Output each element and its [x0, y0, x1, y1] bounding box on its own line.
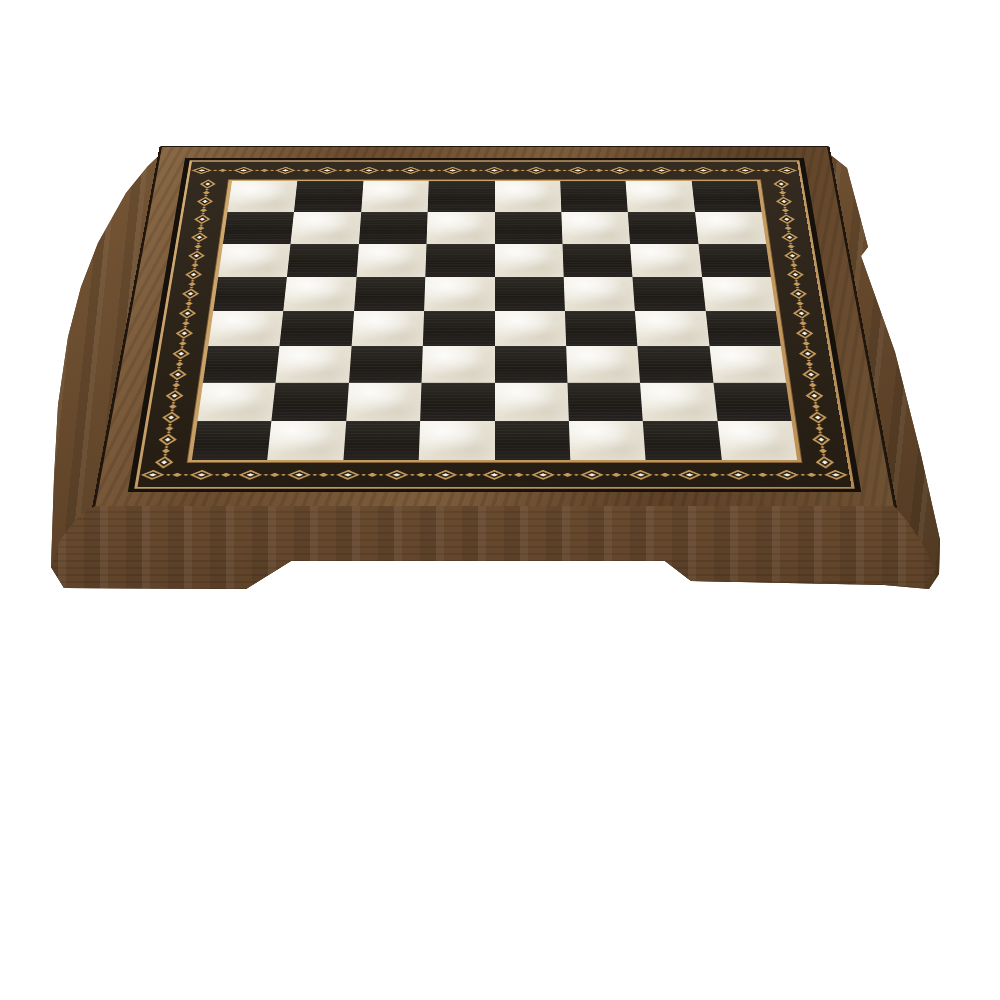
mosaic-diamond-eye — [778, 214, 796, 224]
mosaic-dot — [654, 474, 659, 476]
square-b1 — [268, 421, 346, 460]
mosaic-dot — [605, 474, 610, 476]
square-f8 — [560, 181, 628, 212]
mosaic-diamond-eye — [775, 197, 793, 207]
mosaic-diamond-small — [416, 473, 426, 477]
mosaic-dot — [671, 474, 676, 476]
mosaic-diamond-eye — [187, 251, 205, 261]
mosaic-dot — [427, 474, 432, 476]
mosaic-diamond-eye — [677, 470, 702, 480]
square-g1 — [643, 421, 721, 460]
square-f5 — [564, 277, 636, 311]
square-d1 — [419, 421, 495, 460]
mosaic-dot — [232, 474, 237, 476]
square-f2 — [567, 383, 643, 421]
square-b6 — [287, 244, 358, 277]
square-f4 — [565, 311, 638, 346]
mosaic-dot — [422, 170, 426, 172]
mosaic-diamond-eye — [482, 470, 506, 480]
mosaic-dot — [646, 170, 650, 172]
square-h8 — [691, 181, 761, 212]
mosaic-dot — [730, 170, 734, 172]
mosaic-diamond-eye — [199, 179, 217, 188]
square-a1 — [192, 421, 272, 460]
mosaic-diamond-eye — [484, 167, 504, 174]
mosaic-diamond-eye — [526, 167, 546, 174]
mosaic-diamond-eye — [801, 369, 821, 380]
mosaic-dot — [464, 170, 468, 172]
square-e8 — [495, 181, 562, 212]
mosaic-dot — [574, 474, 579, 476]
mosaic-dot — [297, 170, 301, 172]
square-g5 — [633, 277, 706, 311]
mosaic-dot — [556, 474, 561, 476]
mosaic-dot — [506, 170, 510, 172]
square-h5 — [702, 277, 776, 311]
mosaic-diamond-eye — [275, 167, 296, 174]
mosaic-diamond-small — [465, 473, 475, 477]
mosaic-dot — [769, 474, 774, 476]
mosaic-diamond-small — [709, 473, 719, 477]
mosaic-diamond-eye — [781, 232, 799, 242]
mosaic-dot — [270, 170, 274, 172]
mosaic-diamond-eye — [531, 470, 555, 480]
mosaic-diamond-small — [553, 169, 562, 172]
mosaic-dot — [228, 170, 232, 172]
mosaic-diamond-small — [660, 473, 670, 477]
mosaic-diamond-eye — [165, 390, 185, 402]
mosaic-diamond-eye — [580, 470, 604, 480]
mosaic-dot — [281, 474, 286, 476]
mosaic-diamond-small — [172, 473, 182, 477]
mosaic-diamond-eye — [385, 470, 409, 480]
square-h4 — [705, 311, 780, 346]
mosaic-diamond-eye — [434, 470, 458, 480]
square-d8 — [428, 181, 495, 212]
square-d6 — [425, 244, 494, 277]
mosaic-diamond-small — [678, 169, 687, 172]
mosaic-diamond-eye — [609, 167, 630, 174]
square-h2 — [713, 383, 791, 421]
square-d7 — [427, 212, 495, 244]
mosaic-dot — [562, 170, 566, 172]
mosaic-dot — [338, 170, 342, 172]
square-g3 — [638, 346, 714, 383]
mosaic-diamond-small — [636, 169, 645, 172]
square-c2 — [346, 383, 422, 421]
chess-board — [192, 181, 797, 460]
mosaic-diamond-eye — [158, 434, 178, 446]
mosaic-diamond-eye — [805, 390, 825, 402]
mosaic-dot — [166, 474, 171, 476]
mosaic-diamond-eye — [726, 470, 751, 480]
mosaic-diamond-eye — [651, 167, 672, 174]
mosaic-dot — [771, 170, 775, 172]
mosaic-diamond-eye — [735, 167, 756, 174]
square-g4 — [635, 311, 709, 346]
mosaic-diamond-eye — [442, 167, 462, 174]
mosaic-diamond-eye — [238, 470, 263, 480]
mosaic-diamond-eye — [175, 328, 194, 339]
mosaic-dot — [673, 170, 677, 172]
mosaic-dot — [589, 170, 593, 172]
square-h3 — [709, 346, 786, 383]
square-b2 — [272, 383, 349, 421]
mosaic-diamond-eye — [154, 456, 175, 468]
mosaic-diamond-small — [367, 473, 377, 477]
square-g6 — [630, 244, 701, 277]
mosaic-diamond-small — [270, 473, 280, 477]
mosaic-diamond-eye — [786, 269, 805, 279]
mosaic-diamond-small — [386, 169, 395, 172]
mosaic-dot — [521, 170, 525, 172]
square-h1 — [717, 421, 797, 460]
mosaic-diamond-small — [720, 169, 729, 172]
mosaic-diamond-small — [762, 169, 771, 172]
product-photo — [0, 0, 1000, 1000]
square-a4 — [208, 311, 283, 346]
mosaic-diamond-eye — [168, 369, 188, 380]
mosaic-dot — [720, 474, 725, 476]
square-a3 — [203, 346, 280, 383]
mosaic-diamond-small — [758, 473, 768, 477]
mosaic-dot — [818, 474, 823, 476]
mosaic-dot — [476, 474, 481, 476]
mosaic-diamond-small — [318, 473, 328, 477]
square-e5 — [495, 277, 565, 311]
mosaic-diamond-small — [595, 169, 604, 172]
mosaic-dot — [215, 474, 220, 476]
mosaic-dot — [604, 170, 608, 172]
square-b7 — [291, 212, 361, 244]
square-g2 — [640, 383, 717, 421]
mosaic-dot — [312, 170, 316, 172]
mosaic-diamond-small — [218, 169, 227, 172]
mosaic-strip-top — [189, 162, 800, 180]
mosaic-diamond-small — [427, 169, 436, 172]
square-f6 — [562, 244, 632, 277]
mosaic-dot — [410, 474, 415, 476]
mosaic-diamond-small — [302, 169, 311, 172]
mosaic-diamond-eye — [336, 470, 360, 480]
mosaic-dot — [379, 474, 384, 476]
square-a5 — [213, 277, 287, 311]
square-b5 — [284, 277, 357, 311]
mosaic-diamond-eye — [792, 308, 811, 319]
mosaic-diamond-small — [563, 473, 573, 477]
mosaic-dot — [631, 170, 635, 172]
mosaic-diamond-eye — [233, 167, 254, 174]
mosaic-diamond-small — [344, 169, 353, 172]
square-h7 — [695, 212, 766, 244]
mosaic-diamond-eye — [317, 167, 338, 174]
mosaic-diamond-eye — [798, 348, 817, 359]
mosaic-diamond-eye — [568, 167, 589, 174]
mosaic-diamond-eye — [181, 288, 200, 299]
mosaic-diamond-eye — [140, 470, 165, 480]
square-c5 — [354, 277, 426, 311]
mosaic-diamond-small — [221, 473, 231, 477]
mosaic-dot — [751, 474, 756, 476]
square-d3 — [422, 346, 495, 383]
mosaic-dot — [459, 474, 464, 476]
mosaic-dot — [800, 474, 805, 476]
mosaic-diamond-eye — [629, 470, 653, 480]
mosaic-dot — [353, 170, 357, 172]
mosaic-dot — [183, 474, 188, 476]
square-c4 — [351, 311, 424, 346]
mosaic-diamond-eye — [823, 470, 848, 480]
mosaic-diamond-small — [611, 473, 621, 477]
mosaic-diamond-small — [511, 169, 519, 172]
square-a2 — [198, 383, 276, 421]
square-e7 — [495, 212, 563, 244]
square-f7 — [561, 212, 630, 244]
mosaic-diamond-small — [469, 169, 477, 172]
mosaic-diamond-eye — [783, 251, 801, 261]
mosaic-dot — [508, 474, 513, 476]
mosaic-dot — [312, 474, 317, 476]
mosaic-dot — [213, 170, 217, 172]
mosaic-dot — [715, 170, 719, 172]
mosaic-diamond-eye — [193, 214, 211, 224]
mosaic-diamond-eye — [776, 167, 797, 174]
mosaic-dot — [255, 170, 259, 172]
square-c6 — [356, 244, 426, 277]
square-c7 — [359, 212, 428, 244]
mosaic-diamond-eye — [789, 288, 808, 299]
mosaic-diamond-eye — [775, 470, 800, 480]
mosaic-diamond-eye — [359, 167, 380, 174]
square-d2 — [420, 383, 494, 421]
mosaic-diamond-eye — [693, 167, 714, 174]
mosaic-diamond-eye — [196, 197, 214, 207]
mosaic-diamond-eye — [400, 167, 421, 174]
mosaic-dot — [330, 474, 335, 476]
mosaic-diamond-eye — [808, 411, 828, 423]
square-a7 — [223, 212, 294, 244]
mosaic-diamond-small — [260, 169, 269, 172]
square-a8 — [228, 181, 298, 212]
mosaic-diamond-eye — [171, 348, 190, 359]
square-e1 — [495, 421, 571, 460]
square-d5 — [424, 277, 494, 311]
mosaic-dot — [756, 170, 760, 172]
square-a6 — [218, 244, 291, 277]
mosaic-diamond-eye — [772, 179, 790, 188]
mosaic-dot — [547, 170, 551, 172]
square-b4 — [280, 311, 354, 346]
mosaic-diamond-eye — [178, 308, 197, 319]
square-c3 — [349, 346, 423, 383]
square-d4 — [423, 311, 495, 346]
square-f3 — [566, 346, 640, 383]
mosaic-diamond-eye — [795, 328, 814, 339]
mosaic-strip-bottom — [138, 463, 852, 487]
square-e6 — [495, 244, 564, 277]
square-b8 — [294, 181, 363, 212]
mosaic-dot — [361, 474, 366, 476]
mosaic-diamond-eye — [161, 411, 181, 423]
mosaic-dot — [437, 170, 441, 172]
square-b3 — [276, 346, 352, 383]
square-c1 — [343, 421, 420, 460]
mosaic-dot — [525, 474, 530, 476]
mosaic-diamond-eye — [287, 470, 312, 480]
mosaic-diamond-small — [514, 473, 524, 477]
mosaic-dot — [703, 474, 708, 476]
mosaic-dot — [395, 170, 399, 172]
square-e3 — [495, 346, 568, 383]
mosaic-diamond-eye — [815, 456, 836, 468]
board-perspective-scene — [95, 0, 894, 508]
square-c8 — [361, 181, 429, 212]
mosaic-diamond-eye — [811, 434, 831, 446]
mosaic-diamond-eye — [189, 470, 214, 480]
mosaic-dot — [380, 170, 384, 172]
square-h6 — [698, 244, 771, 277]
board-top-surface — [95, 147, 894, 508]
mosaic-dot — [688, 170, 692, 172]
square-g7 — [628, 212, 698, 244]
square-f1 — [569, 421, 646, 460]
mosaic-diamond-eye — [190, 232, 208, 242]
mosaic-diamond-eye — [184, 269, 203, 279]
square-e4 — [495, 311, 567, 346]
mosaic-diamond-small — [806, 473, 816, 477]
square-e2 — [495, 383, 569, 421]
mosaic-dot — [479, 170, 483, 172]
mosaic-dot — [263, 474, 268, 476]
mosaic-diamond-eye — [191, 167, 212, 174]
mosaic-dot — [623, 474, 628, 476]
square-g8 — [626, 181, 695, 212]
